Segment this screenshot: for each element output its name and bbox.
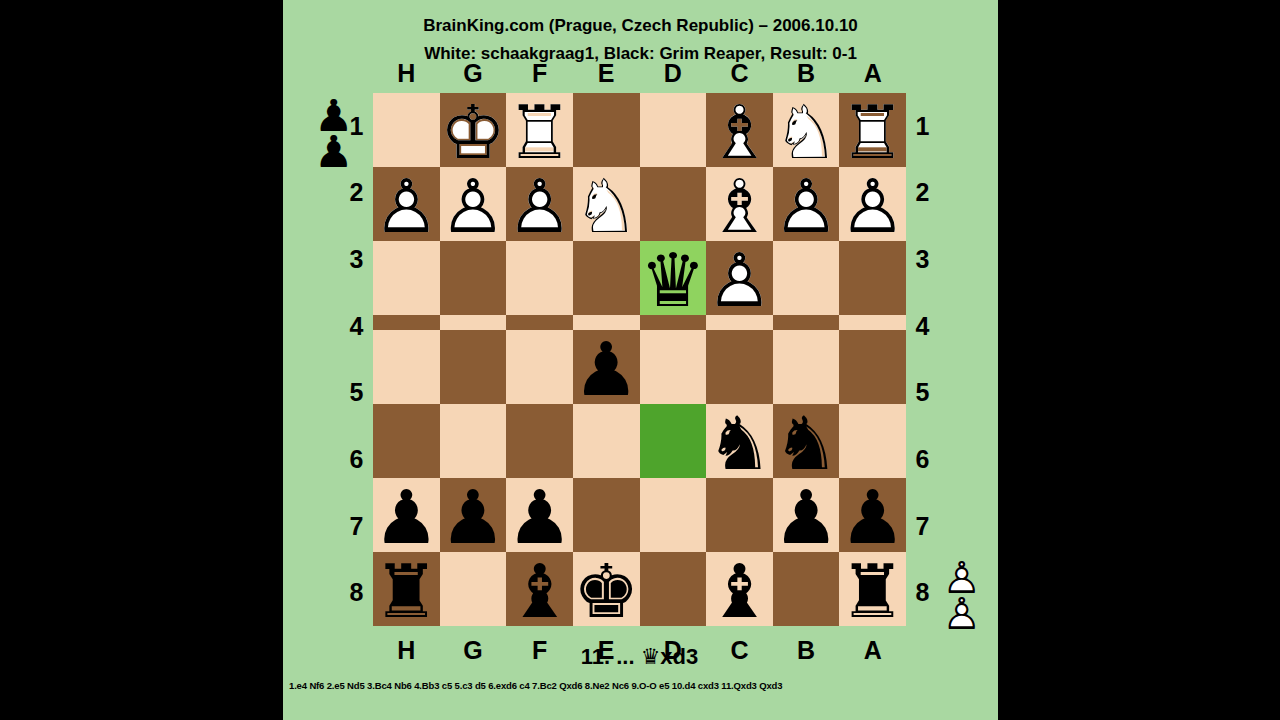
rank-label-left-3: 3 [340,226,373,293]
white-pawn[interactable]: ♟♙ [506,167,573,241]
file-label-top-h: H [373,56,440,90]
square-e2[interactable]: ♞♘ [573,167,640,241]
square-h6[interactable] [373,404,440,478]
square-f8[interactable]: ♝ [506,552,573,626]
square-d6[interactable] [640,404,707,478]
square-d1[interactable] [640,93,707,167]
white-knight-outline: ♘ [773,95,839,169]
black-knight-glyph: ♞ [773,406,839,480]
rank-label-left-6: 6 [340,426,373,493]
white-pawn-outline: ♙ [773,169,839,243]
square-b2[interactable]: ♟♙ [773,167,840,241]
rank-label-left-5: 5 [340,360,373,427]
square-e6[interactable] [573,404,640,478]
captured-white-pieces-tray: ♟♙♟♙ [935,556,983,626]
chess-board: ♚♔♜♖♝♗♞♘♜♖♟♙♟♙♟♙♞♘♝♗♟♙♟♙♛♟♙♟♞♞♟♟♟♟♟♜♝♚♝♜ [373,93,906,626]
black-knight[interactable]: ♞ [706,404,773,478]
square-e3[interactable] [573,241,640,315]
square-g2[interactable]: ♟♙ [440,167,507,241]
rank-label-right-5: 5 [906,360,939,427]
black-pawn-glyph: ♟ [773,480,839,554]
square-a5[interactable] [839,330,906,404]
black-pawn-glyph: ♟ [573,332,639,406]
white-bishop-outline: ♗ [706,95,772,169]
black-bishop-glyph: ♝ [506,554,572,628]
square-a2[interactable]: ♟♙ [839,167,906,241]
square-c7[interactable] [706,478,773,552]
square-g7[interactable]: ♟ [440,478,507,552]
square-g5[interactable] [440,330,507,404]
square-b7[interactable]: ♟ [773,478,840,552]
black-pawn[interactable]: ♟ [314,94,348,128]
square-b6[interactable]: ♞ [773,404,840,478]
rank-label-left-4: 4 [340,293,373,360]
square-c8[interactable]: ♝ [706,552,773,626]
square-c1[interactable]: ♝♗ [706,93,773,167]
square-h5[interactable] [373,330,440,404]
captured-black-pieces-tray: ♟♟ [307,94,355,164]
black-bishop[interactable]: ♝ [706,552,773,626]
white-pawn[interactable]: ♟♙ [942,592,976,626]
square-b1[interactable]: ♞♘ [773,93,840,167]
rank-label-left-7: 7 [340,493,373,560]
white-bishop[interactable]: ♝♗ [706,93,773,167]
square-e5[interactable]: ♟ [573,330,640,404]
square-b5[interactable] [773,330,840,404]
black-rook[interactable]: ♜ [373,552,440,626]
square-a3[interactable] [839,241,906,315]
black-pawn-glyph: ♟ [314,130,353,174]
square-f3[interactable] [506,241,573,315]
black-queen-glyph: ♛ [640,243,706,317]
rank-label-left-8: 8 [340,559,373,626]
black-king[interactable]: ♚ [573,552,640,626]
square-b8[interactable] [773,552,840,626]
square-g8[interactable] [440,552,507,626]
square-c3[interactable]: ♟♙ [706,241,773,315]
black-pawn[interactable]: ♟ [773,478,840,552]
square-f2[interactable]: ♟♙ [506,167,573,241]
file-label-top-d: D [640,56,707,90]
white-king-outline: ♔ [440,95,506,169]
white-pawn[interactable]: ♟♙ [706,241,773,315]
ranks-right: 12345678 [906,93,939,626]
square-a4[interactable] [839,315,906,330]
square-f6[interactable] [506,404,573,478]
rank-label-right-4: 4 [906,293,939,360]
game-panel: BrainKing.com (Prague, Czech Republic) –… [283,0,998,720]
black-knight[interactable]: ♞ [773,404,840,478]
square-d2[interactable] [640,167,707,241]
square-h1[interactable] [373,93,440,167]
square-h8[interactable]: ♜ [373,552,440,626]
white-rook[interactable]: ♜♖ [506,93,573,167]
square-a8[interactable]: ♜ [839,552,906,626]
square-g4[interactable] [440,315,507,330]
square-g6[interactable] [440,404,507,478]
black-king-glyph: ♚ [573,554,639,628]
file-label-top-f: F [506,56,573,90]
square-c2[interactable]: ♝♗ [706,167,773,241]
white-pawn[interactable]: ♟♙ [440,167,507,241]
white-pawn-outline: ♙ [840,169,906,243]
black-pawn[interactable]: ♟ [506,478,573,552]
square-a7[interactable]: ♟ [839,478,906,552]
black-rook-glyph: ♜ [373,554,439,628]
white-king[interactable]: ♚♔ [440,93,507,167]
black-pawn[interactable]: ♟ [440,478,507,552]
square-a1[interactable]: ♜♖ [839,93,906,167]
file-label-top-b: B [773,56,840,90]
white-pawn-outline: ♙ [373,169,439,243]
rank-label-right-3: 3 [906,226,939,293]
rank-label-right-6: 6 [906,426,939,493]
white-pawn-outline: ♙ [706,243,772,317]
white-rook-outline: ♖ [506,95,572,169]
square-f7[interactable]: ♟ [506,478,573,552]
black-bishop[interactable]: ♝ [506,552,573,626]
white-pawn-outline: ♙ [942,592,981,636]
square-d8[interactable] [640,552,707,626]
rank-label-right-1: 1 [906,93,939,160]
square-e1[interactable] [573,93,640,167]
file-label-top-e: E [573,56,640,90]
current-move-label: 11. ... ♛xd3 [373,644,906,670]
square-h3[interactable] [373,241,440,315]
square-h2[interactable]: ♟♙ [373,167,440,241]
square-f5[interactable] [506,330,573,404]
square-g3[interactable] [440,241,507,315]
white-knight[interactable]: ♞♘ [573,167,640,241]
black-pawn-glyph: ♟ [373,480,439,554]
square-b3[interactable] [773,241,840,315]
square-d3[interactable]: ♛ [640,241,707,315]
square-f1[interactable]: ♜♖ [506,93,573,167]
site-title: BrainKing.com (Prague, Czech Republic) –… [283,16,998,36]
black-pawn[interactable]: ♟ [839,478,906,552]
square-d7[interactable] [640,478,707,552]
move-list: 1.e4 Nf6 2.e5 Nd5 3.Bc4 Nb6 4.Bb3 c5 5.c… [289,680,995,691]
black-pawn-glyph: ♟ [840,480,906,554]
black-pawn[interactable]: ♟ [573,330,640,404]
black-bishop-glyph: ♝ [706,554,772,628]
white-rook[interactable]: ♜♖ [839,93,906,167]
square-h7[interactable]: ♟ [373,478,440,552]
square-h4[interactable] [373,315,440,330]
square-e7[interactable] [573,478,640,552]
square-f4[interactable] [506,315,573,330]
square-c6[interactable]: ♞ [706,404,773,478]
white-knight-outline: ♘ [573,169,639,243]
white-knight[interactable]: ♞♘ [773,93,840,167]
black-pawn-glyph: ♟ [440,480,506,554]
black-pawn[interactable]: ♟ [314,130,348,164]
black-pawn[interactable]: ♟ [373,478,440,552]
white-bishop[interactable]: ♝♗ [706,167,773,241]
white-pawn[interactable]: ♟♙ [773,167,840,241]
files-top: HGFEDCBA [373,56,906,90]
square-g1[interactable]: ♚♔ [440,93,507,167]
file-label-top-a: A [839,56,906,90]
black-knight-glyph: ♞ [706,406,772,480]
white-pawn[interactable]: ♟♙ [839,167,906,241]
file-label-top-g: G [440,56,507,90]
black-pawn-glyph: ♟ [506,480,572,554]
square-c5[interactable] [706,330,773,404]
white-rook-outline: ♖ [840,95,906,169]
white-pawn[interactable]: ♟♙ [373,167,440,241]
white-pawn[interactable]: ♟♙ [942,556,976,590]
square-a6[interactable] [839,404,906,478]
black-rook[interactable]: ♜ [839,552,906,626]
white-pawn-outline: ♙ [506,169,572,243]
square-b4[interactable] [773,315,840,330]
file-label-top-c: C [706,56,773,90]
square-d5[interactable] [640,330,707,404]
white-bishop-outline: ♗ [706,169,772,243]
video-frame: BrainKing.com (Prague, Czech Republic) –… [0,0,1280,720]
black-rook-glyph: ♜ [840,554,906,628]
rank-label-right-2: 2 [906,160,939,227]
black-queen[interactable]: ♛ [640,241,707,315]
square-e8[interactable]: ♚ [573,552,640,626]
rank-label-right-7: 7 [906,493,939,560]
white-pawn-outline: ♙ [440,169,506,243]
